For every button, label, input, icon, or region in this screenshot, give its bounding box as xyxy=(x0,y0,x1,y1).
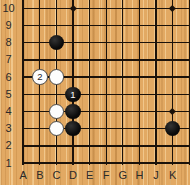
grid-hline-4 xyxy=(22,111,190,112)
stone-white-c6[interactable] xyxy=(49,69,65,85)
grid-hline-10 xyxy=(22,8,190,9)
col-label-f: F xyxy=(98,169,115,182)
row-label-6: 6 xyxy=(0,71,17,84)
col-label-d: D xyxy=(65,169,82,182)
row-label-7: 7 xyxy=(0,53,17,66)
grid-hline-2 xyxy=(22,145,190,146)
col-label-g: G xyxy=(114,169,131,182)
stone-black-c8[interactable] xyxy=(49,35,65,51)
row-label-4: 4 xyxy=(0,105,17,118)
stone-black-d4[interactable] xyxy=(65,104,81,120)
stone-black-k3[interactable] xyxy=(165,121,181,137)
grid-hline-7 xyxy=(22,59,190,60)
col-label-c: C xyxy=(48,169,65,182)
grid-hline-8 xyxy=(22,42,190,43)
stone-white-c3[interactable] xyxy=(49,121,65,137)
row-label-10: 10 xyxy=(0,2,17,15)
star-point-d10 xyxy=(70,5,76,11)
row-label-9: 9 xyxy=(0,19,17,32)
stone-white-c4[interactable] xyxy=(49,104,65,120)
row-label-8: 8 xyxy=(0,36,17,49)
go-board[interactable]: 10987654321ABCDEFGHJK12 xyxy=(0,0,190,185)
col-label-a: A xyxy=(15,169,32,182)
grid-hline-1 xyxy=(22,162,190,164)
grid-hline-5 xyxy=(22,94,190,95)
grid-hline-9 xyxy=(22,25,190,26)
star-point-k10 xyxy=(169,5,175,11)
stone-white-b6[interactable]: 2 xyxy=(32,69,48,85)
col-label-k: K xyxy=(164,169,181,182)
col-label-e: E xyxy=(81,169,98,182)
row-label-5: 5 xyxy=(0,88,17,101)
col-label-j: J xyxy=(148,169,165,182)
col-label-h: H xyxy=(131,169,148,182)
row-label-3: 3 xyxy=(0,122,17,135)
star-point-k4 xyxy=(169,108,175,114)
row-label-2: 2 xyxy=(0,139,17,152)
stone-black-d5[interactable]: 1 xyxy=(65,87,81,103)
col-label-b: B xyxy=(31,169,48,182)
stone-move-number: 1 xyxy=(70,90,75,100)
stone-black-d3[interactable] xyxy=(65,121,81,137)
stone-move-number: 2 xyxy=(37,72,42,82)
